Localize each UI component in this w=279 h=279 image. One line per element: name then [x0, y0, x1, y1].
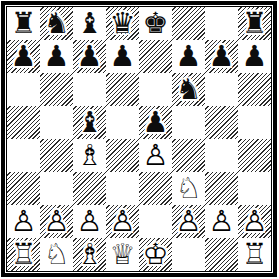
square-c6 — [73, 73, 106, 106]
square-a1: ♜♖ — [7, 238, 40, 271]
square-d7: ♟ — [106, 40, 139, 73]
square-e8: ♚ — [139, 7, 172, 40]
square-f3: ♞♘ — [172, 172, 205, 205]
chess-board: ♜♞♝♛♚♜♟♟♟♟♟♟♟♞♝♟♝♗♟♙♞♘♟♙♟♙♟♙♟♙♟♙♟♙♟♙♜♖♞♘… — [7, 7, 271, 271]
pawn-icon: ♙ — [238, 205, 271, 238]
square-g1 — [205, 238, 238, 271]
rook-icon: ♖ — [238, 238, 271, 271]
pawn-icon: ♙ — [106, 205, 139, 238]
pawn-icon: ♙ — [205, 205, 238, 238]
square-f4 — [172, 139, 205, 172]
piece-white-rook-h1: ♜♖ — [238, 238, 271, 271]
chess-board-border: ♜♞♝♛♚♜♟♟♟♟♟♟♟♞♝♟♝♗♟♙♞♘♟♙♟♙♟♙♟♙♟♙♟♙♟♙♜♖♞♘… — [6, 6, 272, 272]
piece-black-pawn-b7: ♟ — [40, 40, 73, 73]
square-b1: ♞♘ — [40, 238, 73, 271]
piece-white-knight-f3: ♞♘ — [172, 172, 205, 205]
piece-white-queen-d1: ♛♕ — [106, 238, 139, 271]
piece-white-pawn-f2: ♟♙ — [172, 205, 205, 238]
square-f2: ♟♙ — [172, 205, 205, 238]
pawn-icon: ♙ — [40, 205, 73, 238]
piece-black-pawn-a7: ♟ — [7, 40, 40, 73]
piece-white-pawn-d2: ♟♙ — [106, 205, 139, 238]
square-a2: ♟♙ — [7, 205, 40, 238]
square-b2: ♟♙ — [40, 205, 73, 238]
square-h1: ♜♖ — [238, 238, 271, 271]
square-c8: ♝ — [73, 7, 106, 40]
square-h5 — [238, 106, 271, 139]
piece-black-bishop-c8: ♝ — [73, 7, 106, 40]
pawn-icon: ♙ — [172, 205, 205, 238]
square-f1 — [172, 238, 205, 271]
square-e2 — [139, 205, 172, 238]
square-g3 — [205, 172, 238, 205]
square-d8: ♛ — [106, 7, 139, 40]
square-b6 — [40, 73, 73, 106]
piece-white-pawn-a2: ♟♙ — [7, 205, 40, 238]
pawn-icon: ♙ — [7, 205, 40, 238]
piece-white-pawn-b2: ♟♙ — [40, 205, 73, 238]
knight-icon: ♘ — [40, 238, 73, 271]
square-g5 — [205, 106, 238, 139]
pawn-icon: ♙ — [139, 139, 172, 172]
square-h2: ♟♙ — [238, 205, 271, 238]
square-a5 — [7, 106, 40, 139]
square-a3 — [7, 172, 40, 205]
piece-white-pawn-e4: ♟♙ — [139, 139, 172, 172]
square-b7: ♟ — [40, 40, 73, 73]
square-g8 — [205, 7, 238, 40]
knight-icon: ♘ — [172, 172, 205, 205]
square-c7: ♟ — [73, 40, 106, 73]
square-b5 — [40, 106, 73, 139]
square-e7 — [139, 40, 172, 73]
piece-white-knight-b1: ♞♘ — [40, 238, 73, 271]
square-h4 — [238, 139, 271, 172]
piece-white-rook-a1: ♜♖ — [7, 238, 40, 271]
rook-icon: ♖ — [7, 238, 40, 271]
bishop-icon: ♗ — [73, 139, 106, 172]
square-e1: ♚♔ — [139, 238, 172, 271]
king-icon: ♔ — [139, 238, 172, 271]
square-c3 — [73, 172, 106, 205]
piece-white-pawn-h2: ♟♙ — [238, 205, 271, 238]
square-d1: ♛♕ — [106, 238, 139, 271]
piece-white-pawn-g2: ♟♙ — [205, 205, 238, 238]
piece-black-pawn-g7: ♟ — [205, 40, 238, 73]
square-b8: ♞ — [40, 7, 73, 40]
piece-black-pawn-d7: ♟ — [106, 40, 139, 73]
piece-black-knight-f6: ♞ — [172, 73, 205, 106]
square-b4 — [40, 139, 73, 172]
square-d6 — [106, 73, 139, 106]
piece-white-bishop-c4: ♝♗ — [73, 139, 106, 172]
bishop-icon: ♗ — [73, 238, 106, 271]
queen-icon: ♕ — [106, 238, 139, 271]
square-c2: ♟♙ — [73, 205, 106, 238]
piece-white-pawn-c2: ♟♙ — [73, 205, 106, 238]
square-c4: ♝♗ — [73, 139, 106, 172]
piece-white-king-e1: ♚♔ — [139, 238, 172, 271]
square-d5 — [106, 106, 139, 139]
square-g7: ♟ — [205, 40, 238, 73]
square-h7: ♟ — [238, 40, 271, 73]
piece-black-pawn-e5: ♟ — [139, 106, 172, 139]
square-d3 — [106, 172, 139, 205]
piece-black-king-e8: ♚ — [139, 7, 172, 40]
piece-black-pawn-h7: ♟ — [238, 40, 271, 73]
square-h6 — [238, 73, 271, 106]
square-a8: ♜ — [7, 7, 40, 40]
piece-black-rook-a8: ♜ — [7, 7, 40, 40]
square-a6 — [7, 73, 40, 106]
square-h3 — [238, 172, 271, 205]
piece-black-knight-b8: ♞ — [40, 7, 73, 40]
square-c5: ♝ — [73, 106, 106, 139]
square-g4 — [205, 139, 238, 172]
square-c1: ♝♗ — [73, 238, 106, 271]
square-h8: ♜ — [238, 7, 271, 40]
square-a7: ♟ — [7, 40, 40, 73]
square-d4 — [106, 139, 139, 172]
piece-black-bishop-c5: ♝ — [73, 106, 106, 139]
pawn-icon: ♙ — [73, 205, 106, 238]
piece-black-queen-d8: ♛ — [106, 7, 139, 40]
square-e3 — [139, 172, 172, 205]
square-e6 — [139, 73, 172, 106]
square-e5: ♟ — [139, 106, 172, 139]
square-f6: ♞ — [172, 73, 205, 106]
square-d2: ♟♙ — [106, 205, 139, 238]
square-f8 — [172, 7, 205, 40]
square-f7: ♟ — [172, 40, 205, 73]
square-g6 — [205, 73, 238, 106]
piece-black-pawn-c7: ♟ — [73, 40, 106, 73]
square-a4 — [7, 139, 40, 172]
square-f5 — [172, 106, 205, 139]
square-e4: ♟♙ — [139, 139, 172, 172]
piece-white-bishop-c1: ♝♗ — [73, 238, 106, 271]
piece-black-rook-h8: ♜ — [238, 7, 271, 40]
square-b3 — [40, 172, 73, 205]
chess-diagram-frame: ♜♞♝♛♚♜♟♟♟♟♟♟♟♞♝♟♝♗♟♙♞♘♟♙♟♙♟♙♟♙♟♙♟♙♟♙♜♖♞♘… — [1, 1, 277, 277]
piece-black-pawn-f7: ♟ — [172, 40, 205, 73]
square-g2: ♟♙ — [205, 205, 238, 238]
